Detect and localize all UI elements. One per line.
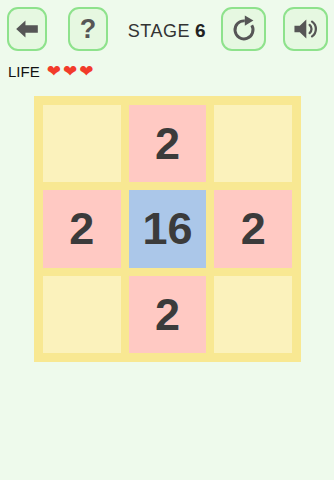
speaker-icon <box>287 11 324 47</box>
back-arrow-icon <box>10 12 44 46</box>
sound-button[interactable] <box>283 7 328 51</box>
cell-empty-r1c3 <box>214 105 292 182</box>
help-button[interactable]: ? <box>68 7 108 51</box>
life-hearts: ❤❤❤ <box>47 63 96 80</box>
tile-2-r1c2: 2 <box>129 105 207 182</box>
restart-button[interactable] <box>221 7 266 51</box>
game-board[interactable]: 221622 <box>34 96 301 362</box>
heart-icon: ❤ <box>63 61 79 81</box>
life-row: LIFE ❤❤❤ <box>8 62 95 80</box>
tile-16-r2c2: 16 <box>129 190 207 267</box>
tile-2-r2c1: 2 <box>43 190 121 267</box>
refresh-icon <box>226 11 262 47</box>
stage-number: 6 <box>195 20 206 41</box>
cell-empty-r3c3 <box>214 276 292 353</box>
stage-label: STAGE <box>128 21 190 41</box>
tile-2-r2c3: 2 <box>214 190 292 267</box>
life-label: LIFE <box>8 63 40 80</box>
cell-empty-r1c1 <box>43 105 121 182</box>
question-mark-icon: ? <box>80 16 97 43</box>
heart-icon: ❤ <box>47 61 63 81</box>
tile-2-r3c2: 2 <box>129 276 207 353</box>
heart-icon: ❤ <box>79 61 95 81</box>
cell-empty-r3c1 <box>43 276 121 353</box>
back-button[interactable] <box>7 7 47 51</box>
game-screen: ? STAGE6 LIFE ❤❤❤ 221622 <box>0 0 334 480</box>
